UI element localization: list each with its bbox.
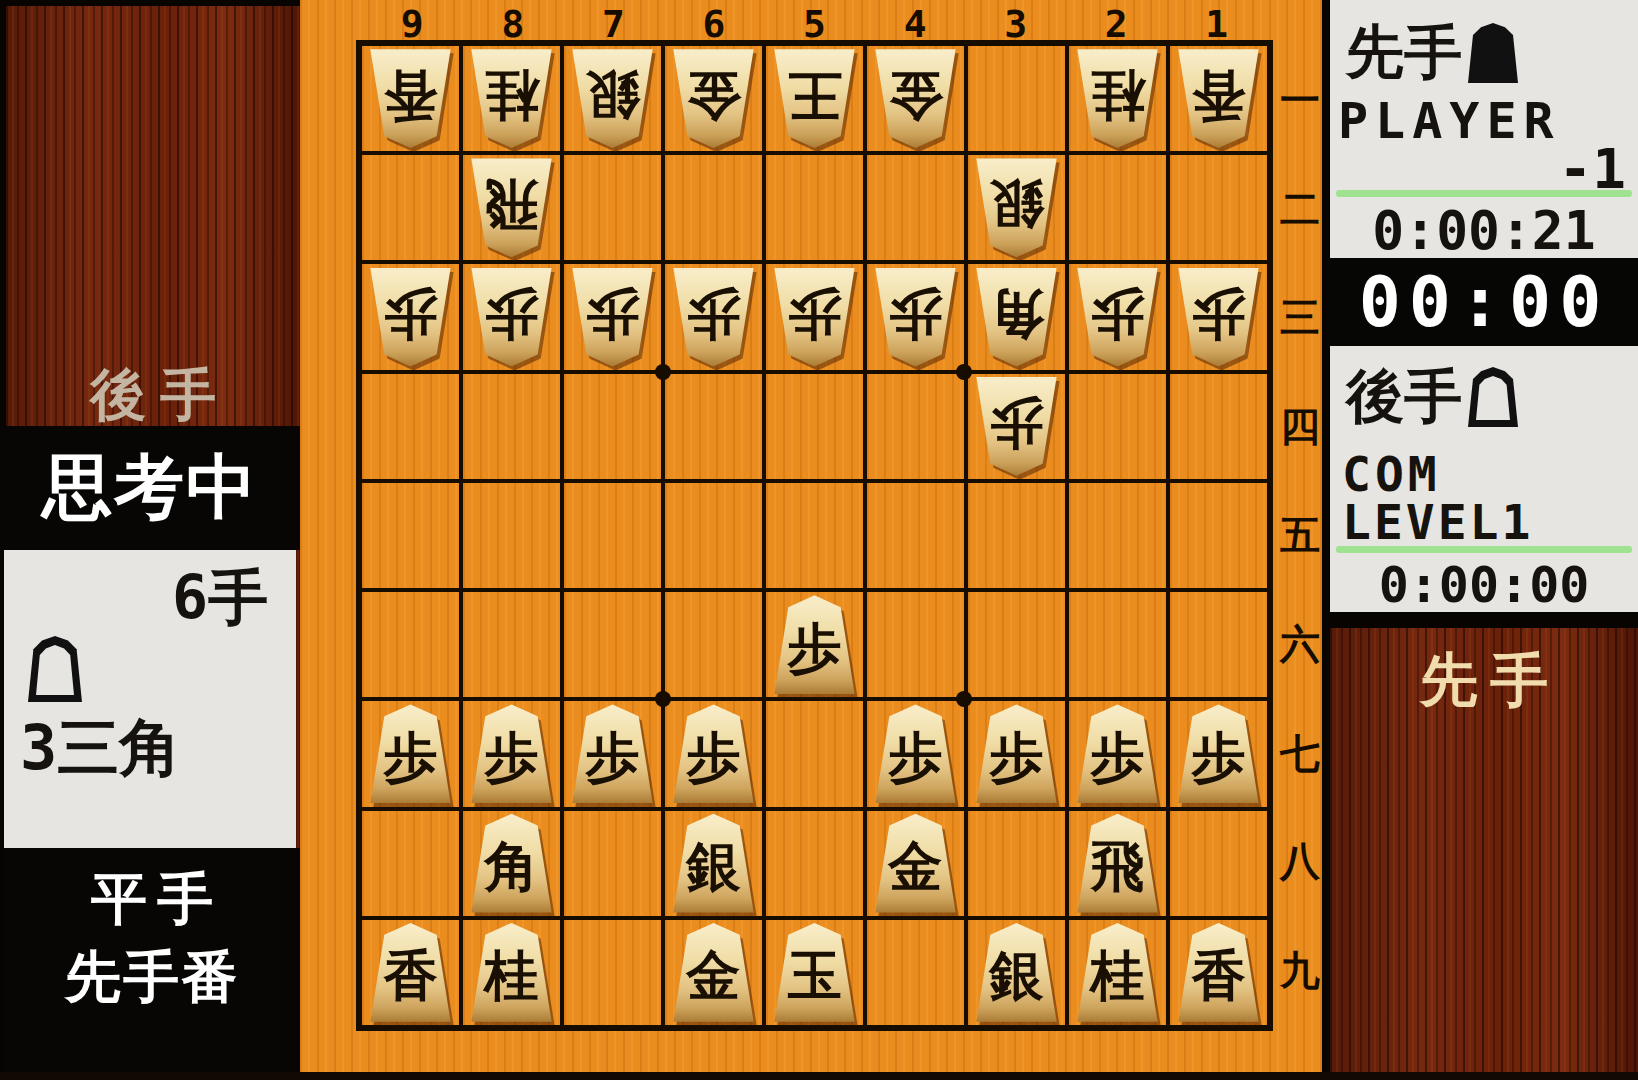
cell-3-2[interactable]: 銀	[968, 155, 1065, 260]
piece-sente-P[interactable]: 歩	[973, 704, 1060, 803]
piece-kanji: 金	[670, 49, 757, 148]
cell-7-3[interactable]: 歩	[564, 264, 661, 369]
cell-9-1[interactable]: 香	[362, 46, 459, 151]
cell-3-9[interactable]: 銀	[968, 920, 1065, 1025]
cell-6-2[interactable]	[665, 155, 762, 260]
piece-gote-p[interactable]: 歩	[872, 268, 959, 367]
thinking-status: 思考中	[42, 441, 258, 535]
piece-gote-p[interactable]: 歩	[468, 268, 555, 367]
move-number: 6手	[172, 558, 268, 639]
piece-kanji: 金	[872, 49, 959, 148]
piece-sente-P[interactable]: 歩	[1175, 704, 1262, 803]
rank-label-2: 二	[1278, 155, 1322, 264]
cell-6-6[interactable]	[665, 592, 762, 697]
piece-kanji: 歩	[771, 595, 858, 694]
rank-label-1: 一	[1278, 46, 1322, 155]
cell-5-1[interactable]: 王	[766, 46, 863, 151]
rank-label-6: 六	[1278, 590, 1322, 699]
black-piece-icon	[1468, 23, 1518, 83]
cell-1-9[interactable]: 香	[1170, 920, 1267, 1025]
hoshi-dot	[655, 364, 671, 380]
cell-5-2[interactable]	[766, 155, 863, 260]
cell-8-5[interactable]	[463, 483, 560, 588]
cell-6-4[interactable]	[665, 374, 762, 479]
cell-3-6[interactable]	[968, 592, 1065, 697]
gote-side-label: 後手	[6, 358, 300, 434]
hoshi-dot	[956, 364, 972, 380]
rank-label-9: 九	[1278, 916, 1322, 1025]
piece-kanji: 歩	[872, 704, 959, 803]
file-label-9: 9	[362, 2, 463, 44]
piece-kanji: 金	[872, 814, 959, 913]
piece-kanji: 歩	[1074, 268, 1161, 367]
cell-4-3[interactable]: 歩	[867, 264, 964, 369]
cell-8-9[interactable]: 桂	[463, 920, 560, 1025]
cell-7-5[interactable]	[564, 483, 661, 588]
cell-9-8[interactable]	[362, 811, 459, 916]
cell-1-5[interactable]	[1170, 483, 1267, 588]
piece-gote-l[interactable]: 香	[367, 49, 454, 148]
right-panel: 先手 PLAYER -1 0:00:21 00:00 後手 COM LEVEL1…	[1322, 0, 1638, 1080]
board-area: 987654321 香桂銀金王金桂香飛銀歩歩歩歩歩歩角歩歩歩歩歩歩歩歩歩歩歩歩角…	[300, 0, 1322, 1080]
piece-kanji: 歩	[1175, 704, 1262, 803]
cell-8-8[interactable]: 角	[463, 811, 560, 916]
cell-1-6[interactable]	[1170, 592, 1267, 697]
piece-kanji: 歩	[468, 268, 555, 367]
file-label-1: 1	[1167, 2, 1268, 44]
cell-8-6[interactable]	[463, 592, 560, 697]
left-panel: 後手 思考中 6手 3三角 平手 先手番	[0, 0, 300, 1080]
cell-4-5[interactable]	[867, 483, 964, 588]
cell-1-3[interactable]: 歩	[1170, 264, 1267, 369]
piece-gote-p[interactable]: 歩	[1074, 268, 1161, 367]
cell-9-2[interactable]	[362, 155, 459, 260]
file-label-7: 7	[563, 2, 664, 44]
rank-label-5: 五	[1278, 481, 1322, 590]
cell-2-2[interactable]	[1069, 155, 1166, 260]
piece-gote-p[interactable]: 歩	[569, 268, 656, 367]
piece-gote-n[interactable]: 桂	[468, 49, 555, 148]
cell-3-7[interactable]: 歩	[968, 701, 1065, 806]
cell-4-4[interactable]	[867, 374, 964, 479]
file-label-8: 8	[463, 2, 564, 44]
divider-line	[1336, 546, 1632, 553]
piece-kanji: 歩	[569, 268, 656, 367]
game-info-panel: 平手 先手番	[4, 848, 300, 1072]
bottom-edge	[0, 1072, 1638, 1080]
main-clock: 00:00	[1359, 261, 1610, 343]
cell-9-3[interactable]: 歩	[362, 264, 459, 369]
piece-sente-N[interactable]: 桂	[468, 923, 555, 1022]
piece-kanji: 王	[771, 49, 858, 148]
cell-9-7[interactable]: 歩	[362, 701, 459, 806]
cell-6-3[interactable]: 歩	[665, 264, 762, 369]
piece-kanji: 銀	[973, 158, 1060, 257]
piece-kanji: 歩	[367, 704, 454, 803]
piece-kanji: 歩	[670, 704, 757, 803]
piece-sente-P[interactable]: 歩	[771, 595, 858, 694]
cell-6-5[interactable]	[665, 483, 762, 588]
cell-1-7[interactable]: 歩	[1170, 701, 1267, 806]
piece-gote-r[interactable]: 飛	[468, 158, 555, 257]
cell-7-6[interactable]	[564, 592, 661, 697]
piece-kanji: 歩	[973, 377, 1060, 476]
piece-sente-K[interactable]: 玉	[771, 923, 858, 1022]
cell-4-7[interactable]: 歩	[867, 701, 964, 806]
piece-sente-S[interactable]: 銀	[973, 923, 1060, 1022]
piece-gote-s[interactable]: 銀	[569, 49, 656, 148]
piece-kanji: 銀	[670, 814, 757, 913]
gote-header: 後手	[1346, 358, 1518, 436]
cell-2-4[interactable]	[1069, 374, 1166, 479]
cell-3-8[interactable]	[968, 811, 1065, 916]
shogi-game-screen: 後手 思考中 6手 3三角 平手 先手番 987654321 香桂銀金王金桂香飛…	[0, 0, 1638, 1080]
gote-label: 後手	[1346, 358, 1462, 436]
cell-9-9[interactable]: 香	[362, 920, 459, 1025]
cell-6-8[interactable]: 銀	[665, 811, 762, 916]
piece-sente-S[interactable]: 銀	[670, 814, 757, 913]
cell-1-4[interactable]	[1170, 374, 1267, 479]
file-label-4: 4	[865, 2, 966, 44]
piece-kanji: 銀	[973, 923, 1060, 1022]
cell-3-4[interactable]: 歩	[968, 374, 1065, 479]
cell-4-2[interactable]	[867, 155, 964, 260]
piece-kanji: 歩	[1074, 704, 1161, 803]
cell-4-1[interactable]: 金	[867, 46, 964, 151]
piece-gote-g[interactable]: 金	[670, 49, 757, 148]
divider-line	[1336, 190, 1632, 197]
piece-gote-s[interactable]: 銀	[973, 158, 1060, 257]
piece-kanji: 桂	[468, 49, 555, 148]
file-label-3: 3	[965, 2, 1066, 44]
cell-2-3[interactable]: 歩	[1069, 264, 1166, 369]
cell-2-8[interactable]: 飛	[1069, 811, 1166, 916]
rank-label-7: 七	[1278, 699, 1322, 808]
sente-info-box: 先手 PLAYER -1 0:00:21	[1330, 0, 1638, 258]
cell-4-8[interactable]: 金	[867, 811, 964, 916]
piece-kanji: 角	[468, 814, 555, 913]
cell-9-5[interactable]	[362, 483, 459, 588]
piece-kanji: 玉	[771, 923, 858, 1022]
piece-gote-p[interactable]: 歩	[670, 268, 757, 367]
white-piece-icon	[1468, 367, 1518, 427]
turn-label: 先手番	[4, 940, 300, 1016]
piece-kanji: 歩	[872, 268, 959, 367]
piece-sente-P[interactable]: 歩	[670, 704, 757, 803]
piece-kanji: 角	[973, 268, 1060, 367]
cell-2-7[interactable]: 歩	[1069, 701, 1166, 806]
piece-kanji: 歩	[1175, 268, 1262, 367]
handicap-label: 平手	[4, 862, 300, 938]
piece-kanji: 歩	[973, 704, 1060, 803]
piece-sente-G[interactable]: 金	[872, 814, 959, 913]
piece-sente-N[interactable]: 桂	[1074, 923, 1161, 1022]
cell-7-8[interactable]	[564, 811, 661, 916]
piece-kanji: 桂	[468, 923, 555, 1022]
cell-6-1[interactable]: 金	[665, 46, 762, 151]
piece-sente-P[interactable]: 歩	[367, 704, 454, 803]
cell-3-3[interactable]: 角	[968, 264, 1065, 369]
piece-kanji: 金	[670, 923, 757, 1022]
piece-gote-p[interactable]: 歩	[1175, 268, 1262, 367]
piece-sente-L[interactable]: 香	[1175, 923, 1262, 1022]
piece-sente-G[interactable]: 金	[670, 923, 757, 1022]
sente-header: 先手	[1346, 14, 1518, 92]
piece-kanji: 桂	[1074, 923, 1161, 1022]
piece-gote-p[interactable]: 歩	[973, 377, 1060, 476]
cell-5-8[interactable]	[766, 811, 863, 916]
player-label: PLAYER	[1338, 92, 1561, 150]
piece-sente-P[interactable]: 歩	[468, 704, 555, 803]
piece-sente-P[interactable]: 歩	[872, 704, 959, 803]
piece-gote-g[interactable]: 金	[872, 49, 959, 148]
piece-kanji: 飛	[1074, 814, 1161, 913]
piece-sente-R[interactable]: 飛	[1074, 814, 1161, 913]
white-piece-icon	[28, 636, 82, 706]
file-labels: 987654321	[362, 2, 1267, 44]
cell-6-7[interactable]: 歩	[665, 701, 762, 806]
sente-side-label: 先手	[1330, 642, 1638, 720]
rank-label-8: 八	[1278, 807, 1322, 916]
rank-label-4: 四	[1278, 372, 1322, 481]
cell-7-7[interactable]: 歩	[564, 701, 661, 806]
cell-4-6[interactable]	[867, 592, 964, 697]
cell-5-3[interactable]: 歩	[766, 264, 863, 369]
cell-3-5[interactable]	[968, 483, 1065, 588]
cell-3-1[interactable]	[968, 46, 1065, 151]
piece-sente-P[interactable]: 歩	[1074, 704, 1161, 803]
file-label-6: 6	[664, 2, 765, 44]
piece-kanji: 歩	[771, 268, 858, 367]
cell-8-4[interactable]	[463, 374, 560, 479]
cell-5-6[interactable]: 歩	[766, 592, 863, 697]
cell-1-1[interactable]: 香	[1170, 46, 1267, 151]
cell-2-1[interactable]: 桂	[1069, 46, 1166, 151]
piece-kanji: 歩	[670, 268, 757, 367]
cell-5-4[interactable]	[766, 374, 863, 479]
piece-kanji: 飛	[468, 158, 555, 257]
cell-9-4[interactable]	[362, 374, 459, 479]
piece-kanji: 歩	[367, 268, 454, 367]
cell-7-2[interactable]	[564, 155, 661, 260]
cell-5-5[interactable]	[766, 483, 863, 588]
last-move-text: 3三角	[20, 706, 181, 790]
shogi-board[interactable]: 香桂銀金王金桂香飛銀歩歩歩歩歩歩角歩歩歩歩歩歩歩歩歩歩歩歩角銀金飛香桂金玉銀桂香	[362, 46, 1267, 1025]
hoshi-dot	[956, 691, 972, 707]
piece-gote-b[interactable]: 角	[973, 268, 1060, 367]
piece-gote-l[interactable]: 香	[1175, 49, 1262, 148]
piece-kanji: 歩	[468, 704, 555, 803]
piece-gote-p[interactable]: 歩	[771, 268, 858, 367]
piece-kanji: 銀	[569, 49, 656, 148]
sente-label: 先手	[1346, 14, 1462, 92]
gote-info-box: 後手 COM LEVEL1 0:00:00	[1330, 346, 1638, 628]
file-label-5: 5	[764, 2, 865, 44]
piece-gote-k[interactable]: 王	[771, 49, 858, 148]
cell-5-7[interactable]	[766, 701, 863, 806]
cell-1-8[interactable]	[1170, 811, 1267, 916]
piece-kanji: 香	[1175, 49, 1262, 148]
piece-kanji: 香	[367, 49, 454, 148]
cell-2-5[interactable]	[1069, 483, 1166, 588]
piece-sente-B[interactable]: 角	[468, 814, 555, 913]
cell-7-9[interactable]	[564, 920, 661, 1025]
cell-2-6[interactable]	[1069, 592, 1166, 697]
rank-label-3: 三	[1278, 264, 1322, 373]
gote-time: 0:00:00	[1330, 556, 1638, 614]
piece-sente-L[interactable]: 香	[367, 923, 454, 1022]
piece-kanji: 香	[367, 923, 454, 1022]
piece-kanji: 桂	[1074, 49, 1161, 148]
cell-8-7[interactable]: 歩	[463, 701, 560, 806]
rank-labels: 一二三四五六七八九	[1278, 46, 1322, 1025]
cell-7-4[interactable]	[564, 374, 661, 479]
main-clock-band: 00:00	[1330, 258, 1638, 346]
cell-6-9[interactable]: 金	[665, 920, 762, 1025]
cell-1-2[interactable]	[1170, 155, 1267, 260]
cell-7-1[interactable]: 銀	[564, 46, 661, 151]
last-move-box: 6手 3三角	[4, 550, 296, 848]
piece-gote-p[interactable]: 歩	[367, 268, 454, 367]
level-label: LEVEL1	[1342, 494, 1533, 550]
piece-gote-n[interactable]: 桂	[1074, 49, 1161, 148]
piece-kanji: 歩	[569, 704, 656, 803]
thinking-band: 思考中	[0, 426, 300, 550]
cell-8-3[interactable]: 歩	[463, 264, 560, 369]
cell-5-9[interactable]: 玉	[766, 920, 863, 1025]
hoshi-dot	[655, 691, 671, 707]
file-label-2: 2	[1066, 2, 1167, 44]
cell-4-9[interactable]	[867, 920, 964, 1025]
piece-sente-P[interactable]: 歩	[569, 704, 656, 803]
cell-8-1[interactable]: 桂	[463, 46, 560, 151]
cell-2-9[interactable]: 桂	[1069, 920, 1166, 1025]
sente-time: 0:00:21	[1330, 200, 1638, 261]
cell-9-6[interactable]	[362, 592, 459, 697]
cell-8-2[interactable]: 飛	[463, 155, 560, 260]
piece-kanji: 香	[1175, 923, 1262, 1022]
